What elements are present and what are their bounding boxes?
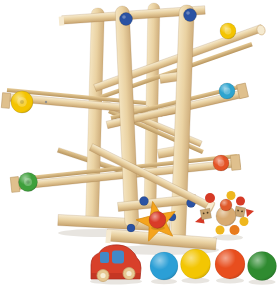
peg xyxy=(140,197,149,206)
bead-spinner-toy xyxy=(195,191,254,235)
ramp-end-stop xyxy=(230,155,241,171)
wooden-ball-green xyxy=(248,252,277,281)
screw xyxy=(45,101,47,103)
ramp-wheel-yellow-top-right xyxy=(220,23,236,39)
ramp-wheel-teal-right xyxy=(219,83,235,99)
knob-shading xyxy=(149,212,166,229)
wooden-ball-orange xyxy=(215,249,245,279)
car-window xyxy=(112,251,124,264)
dome-shading xyxy=(220,199,232,211)
scene xyxy=(0,0,279,285)
frame-post-back-left xyxy=(85,8,104,224)
car-wheel xyxy=(123,268,135,280)
spinner-bead xyxy=(216,226,225,235)
spinner-cube xyxy=(200,208,212,220)
ramp-wheel-orange-right xyxy=(213,155,229,171)
peg-top-left xyxy=(120,13,133,26)
spinner-bead xyxy=(236,197,245,206)
toy-product-photo xyxy=(0,0,279,285)
spinner-bead xyxy=(240,217,249,226)
rail-end-face xyxy=(59,16,65,25)
peg-top-right xyxy=(184,9,197,22)
wooden-ball-yellow xyxy=(181,249,211,279)
spinner-bead xyxy=(230,225,240,235)
ramp-wheel-yellow-left xyxy=(11,91,33,113)
peg xyxy=(127,224,135,232)
spinner-bead xyxy=(227,191,236,200)
spinner-cone xyxy=(246,209,254,217)
car-window xyxy=(100,252,109,263)
shadow xyxy=(90,279,142,285)
car-wheel xyxy=(97,270,109,282)
spinner-bead xyxy=(205,193,215,203)
shadow xyxy=(213,235,243,241)
wooden-ball-blue xyxy=(150,252,178,280)
ramp-wheel-green-left xyxy=(19,173,38,192)
ramp-end-stop xyxy=(10,177,20,193)
ramp-end-stop xyxy=(1,93,10,109)
